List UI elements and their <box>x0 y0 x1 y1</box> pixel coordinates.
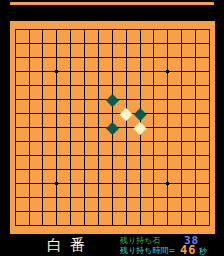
game-screen: ◆◆◆◆◆ 白番 残り持ち石 38 残り持ち時間= 46 秒 <box>0 0 224 256</box>
turn-indicator: 白番 <box>47 237 93 253</box>
time-left-label: 残り持ち時間= <box>120 246 175 255</box>
stones-left-label: 残り持ち石 <box>120 236 160 245</box>
status-bar: 白番 残り持ち石 38 残り持ち時間= 46 秒 <box>0 0 224 256</box>
time-unit-label: 秒 <box>199 247 207 256</box>
time-left-value: 46 <box>180 243 196 256</box>
